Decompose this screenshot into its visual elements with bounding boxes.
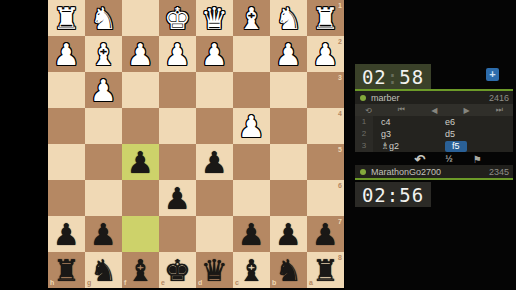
cycle-icon[interactable]: ⟲ [365,106,372,115]
black-move[interactable]: e6 [437,116,513,128]
square-h8[interactable]: ♜h [48,252,85,288]
square-a5[interactable]: 5 [307,144,344,180]
game-sidebar: 02:58 + marber 2416 ⟲ ⏮ ◀ ▶ ⏭ 1 c4 e6 2 … [345,0,516,290]
bottom-player-rating: 2345 [489,167,509,177]
square-g3[interactable]: ♟ [85,72,122,108]
square-h2[interactable]: ♟ [48,36,85,72]
square-a7[interactable]: ♟7 [307,216,344,252]
square-d8[interactable]: ♛d [196,252,233,288]
square-a6[interactable]: 6 [307,180,344,216]
white-move[interactable]: ♗g2 [373,140,437,152]
square-a1[interactable]: ♜1 [307,0,344,36]
square-g5[interactable] [85,144,122,180]
white-p-piece: ♟ [85,72,122,108]
square-g2[interactable]: ♝ [85,36,122,72]
square-f6[interactable] [122,180,159,216]
white-p-piece: ♟ [270,36,307,72]
square-b6[interactable] [270,180,307,216]
resign-flag-icon[interactable]: ⚑ [473,154,482,165]
rank-coordinate: 1 [338,2,342,9]
square-f2[interactable]: ♟ [122,36,159,72]
offer-draw-icon[interactable]: ½ [445,154,453,164]
black-move-selected[interactable]: f5 [437,140,513,152]
give-more-time-button[interactable]: + [486,68,499,81]
square-a8[interactable]: ♜8a [307,252,344,288]
square-d7[interactable] [196,216,233,252]
file-coordinate: g [87,279,91,286]
square-f4[interactable] [122,108,159,144]
square-h5[interactable] [48,144,85,180]
square-c6[interactable] [233,180,270,216]
move-row: 2 g3 d5 [355,128,513,140]
white-b-piece: ♝ [85,36,122,72]
square-b1[interactable]: ♞ [270,0,307,36]
square-c7[interactable]: ♟ [233,216,270,252]
square-e2[interactable]: ♟ [159,36,196,72]
square-a4[interactable]: 4 [307,108,344,144]
square-d5[interactable]: ♟ [196,144,233,180]
square-d3[interactable] [196,72,233,108]
square-a2[interactable]: ♟2 [307,36,344,72]
move-list-controls: ⟲ ⏮ ◀ ▶ ⏭ [355,104,513,116]
black-p-piece: ♟ [159,180,196,216]
rank-coordinate: 5 [338,146,342,153]
file-coordinate: h [50,279,54,286]
white-move[interactable]: c4 [373,116,437,128]
black-p-piece: ♟ [270,216,307,252]
clock-seconds: 56 [399,184,424,206]
white-move[interactable]: g3 [373,128,437,140]
file-coordinate: c [235,279,239,286]
square-g4[interactable] [85,108,122,144]
white-k-piece: ♚ [159,0,196,36]
prev-move-icon[interactable]: ◀ [431,106,437,115]
top-player-rating: 2416 [489,93,509,103]
clock-minutes: 02 [362,66,387,88]
square-e7[interactable] [159,216,196,252]
rank-coordinate: 3 [338,74,342,81]
clock-colon: : [387,66,399,88]
square-d4[interactable] [196,108,233,144]
square-h3[interactable] [48,72,85,108]
white-n-piece: ♞ [270,0,307,36]
square-h6[interactable] [48,180,85,216]
move-list: 1 c4 e6 2 g3 d5 3 ♗g2 f5 [355,116,513,152]
square-c3[interactable] [233,72,270,108]
move-number: 3 [355,140,373,152]
online-dot [360,95,366,101]
square-g6[interactable] [85,180,122,216]
file-coordinate: a [309,279,313,286]
white-p-piece: ♟ [233,108,270,144]
bottom-player-bar[interactable]: MarathonGo2700 2345 [355,165,513,178]
black-p-piece: ♟ [85,216,122,252]
white-p-piece: ♟ [122,36,159,72]
square-b4[interactable] [270,108,307,144]
square-b7[interactable]: ♟ [270,216,307,252]
square-e6[interactable]: ♟ [159,180,196,216]
square-e5[interactable] [159,144,196,180]
top-player-name[interactable]: marber [371,93,489,103]
square-f8[interactable]: ♝f [122,252,159,288]
top-player-bar[interactable]: marber 2416 [355,91,513,104]
square-c2[interactable] [233,36,270,72]
game-action-buttons: ↶ ½ ⚑ [355,152,513,166]
white-n-piece: ♞ [85,0,122,36]
rank-coordinate: 6 [338,182,342,189]
square-g1[interactable]: ♞ [85,0,122,36]
square-f5[interactable]: ♟ [122,144,159,180]
rank-coordinate: 7 [338,218,342,225]
first-move-icon[interactable]: ⏮ [398,105,405,115]
move-number: 2 [355,128,373,140]
move-number: 1 [355,116,373,128]
selected-move-highlight: f5 [445,141,467,152]
square-d2[interactable]: ♟ [196,36,233,72]
player-accent-line [355,178,513,180]
clock-seconds: 58 [399,66,424,88]
square-f7[interactable] [122,216,159,252]
black-b-piece: ♝ [122,252,159,288]
last-move-icon[interactable]: ⏭ [496,105,503,115]
white-b-piece: ♝ [233,0,270,36]
square-e4[interactable] [159,108,196,144]
rank-coordinate: 2 [338,38,342,45]
white-p-piece: ♟ [196,36,233,72]
video-frame: ♜♞♚♛♝♞♜1♟♝♟♟♟♟♟2♟3♟4♟♟5♟6♟♟♟♟♟7♜h♞g♝f♚e♛… [0,0,516,290]
square-c1[interactable]: ♝ [233,0,270,36]
square-e1[interactable]: ♚ [159,0,196,36]
square-g8[interactable]: ♞g [85,252,122,288]
square-c4[interactable]: ♟ [233,108,270,144]
file-coordinate: e [161,279,165,286]
square-d1[interactable]: ♛ [196,0,233,36]
square-a3[interactable]: 3 [307,72,344,108]
square-d6[interactable] [196,180,233,216]
bottom-player-clock: 02:56 [355,182,431,207]
move-row: 3 ♗g2 f5 [355,140,513,152]
black-move[interactable]: d5 [437,128,513,140]
next-move-icon[interactable]: ▶ [463,106,469,115]
white-p-piece: ♟ [159,36,196,72]
bottom-player-name[interactable]: MarathonGo2700 [371,167,489,177]
rank-coordinate: 4 [338,110,342,117]
square-h1[interactable]: ♜ [48,0,85,36]
white-q-piece: ♛ [196,0,233,36]
file-coordinate: d [198,279,202,286]
black-p-piece: ♟ [233,216,270,252]
clock-minutes: 02 [362,184,387,206]
square-e3[interactable] [159,72,196,108]
square-f3[interactable] [122,72,159,108]
black-p-piece: ♟ [196,144,233,180]
clock-colon: : [387,184,399,206]
file-coordinate: b [272,279,276,286]
square-c5[interactable] [233,144,270,180]
square-h4[interactable] [48,108,85,144]
file-coordinate: f [124,279,126,286]
chess-board[interactable]: ♜♞♚♛♝♞♜1♟♝♟♟♟♟♟2♟3♟4♟♟5♟6♟♟♟♟♟7♜h♞g♝f♚e♛… [48,0,344,288]
move-row: 1 c4 e6 [355,116,513,128]
top-player-clock: 02:58 [355,64,431,89]
square-b3[interactable] [270,72,307,108]
white-r-piece: ♜ [48,0,85,36]
online-dot [360,169,366,175]
square-e8[interactable]: ♚e [159,252,196,288]
square-b5[interactable] [270,144,307,180]
square-g7[interactable]: ♟ [85,216,122,252]
black-p-piece: ♟ [48,216,85,252]
square-b8[interactable]: ♞b [270,252,307,288]
square-f1[interactable] [122,0,159,36]
black-p-piece: ♟ [122,144,159,180]
white-p-piece: ♟ [48,36,85,72]
square-c8[interactable]: ♝c [233,252,270,288]
square-h7[interactable]: ♟ [48,216,85,252]
rank-coordinate: 8 [338,254,342,261]
square-b2[interactable]: ♟ [270,36,307,72]
